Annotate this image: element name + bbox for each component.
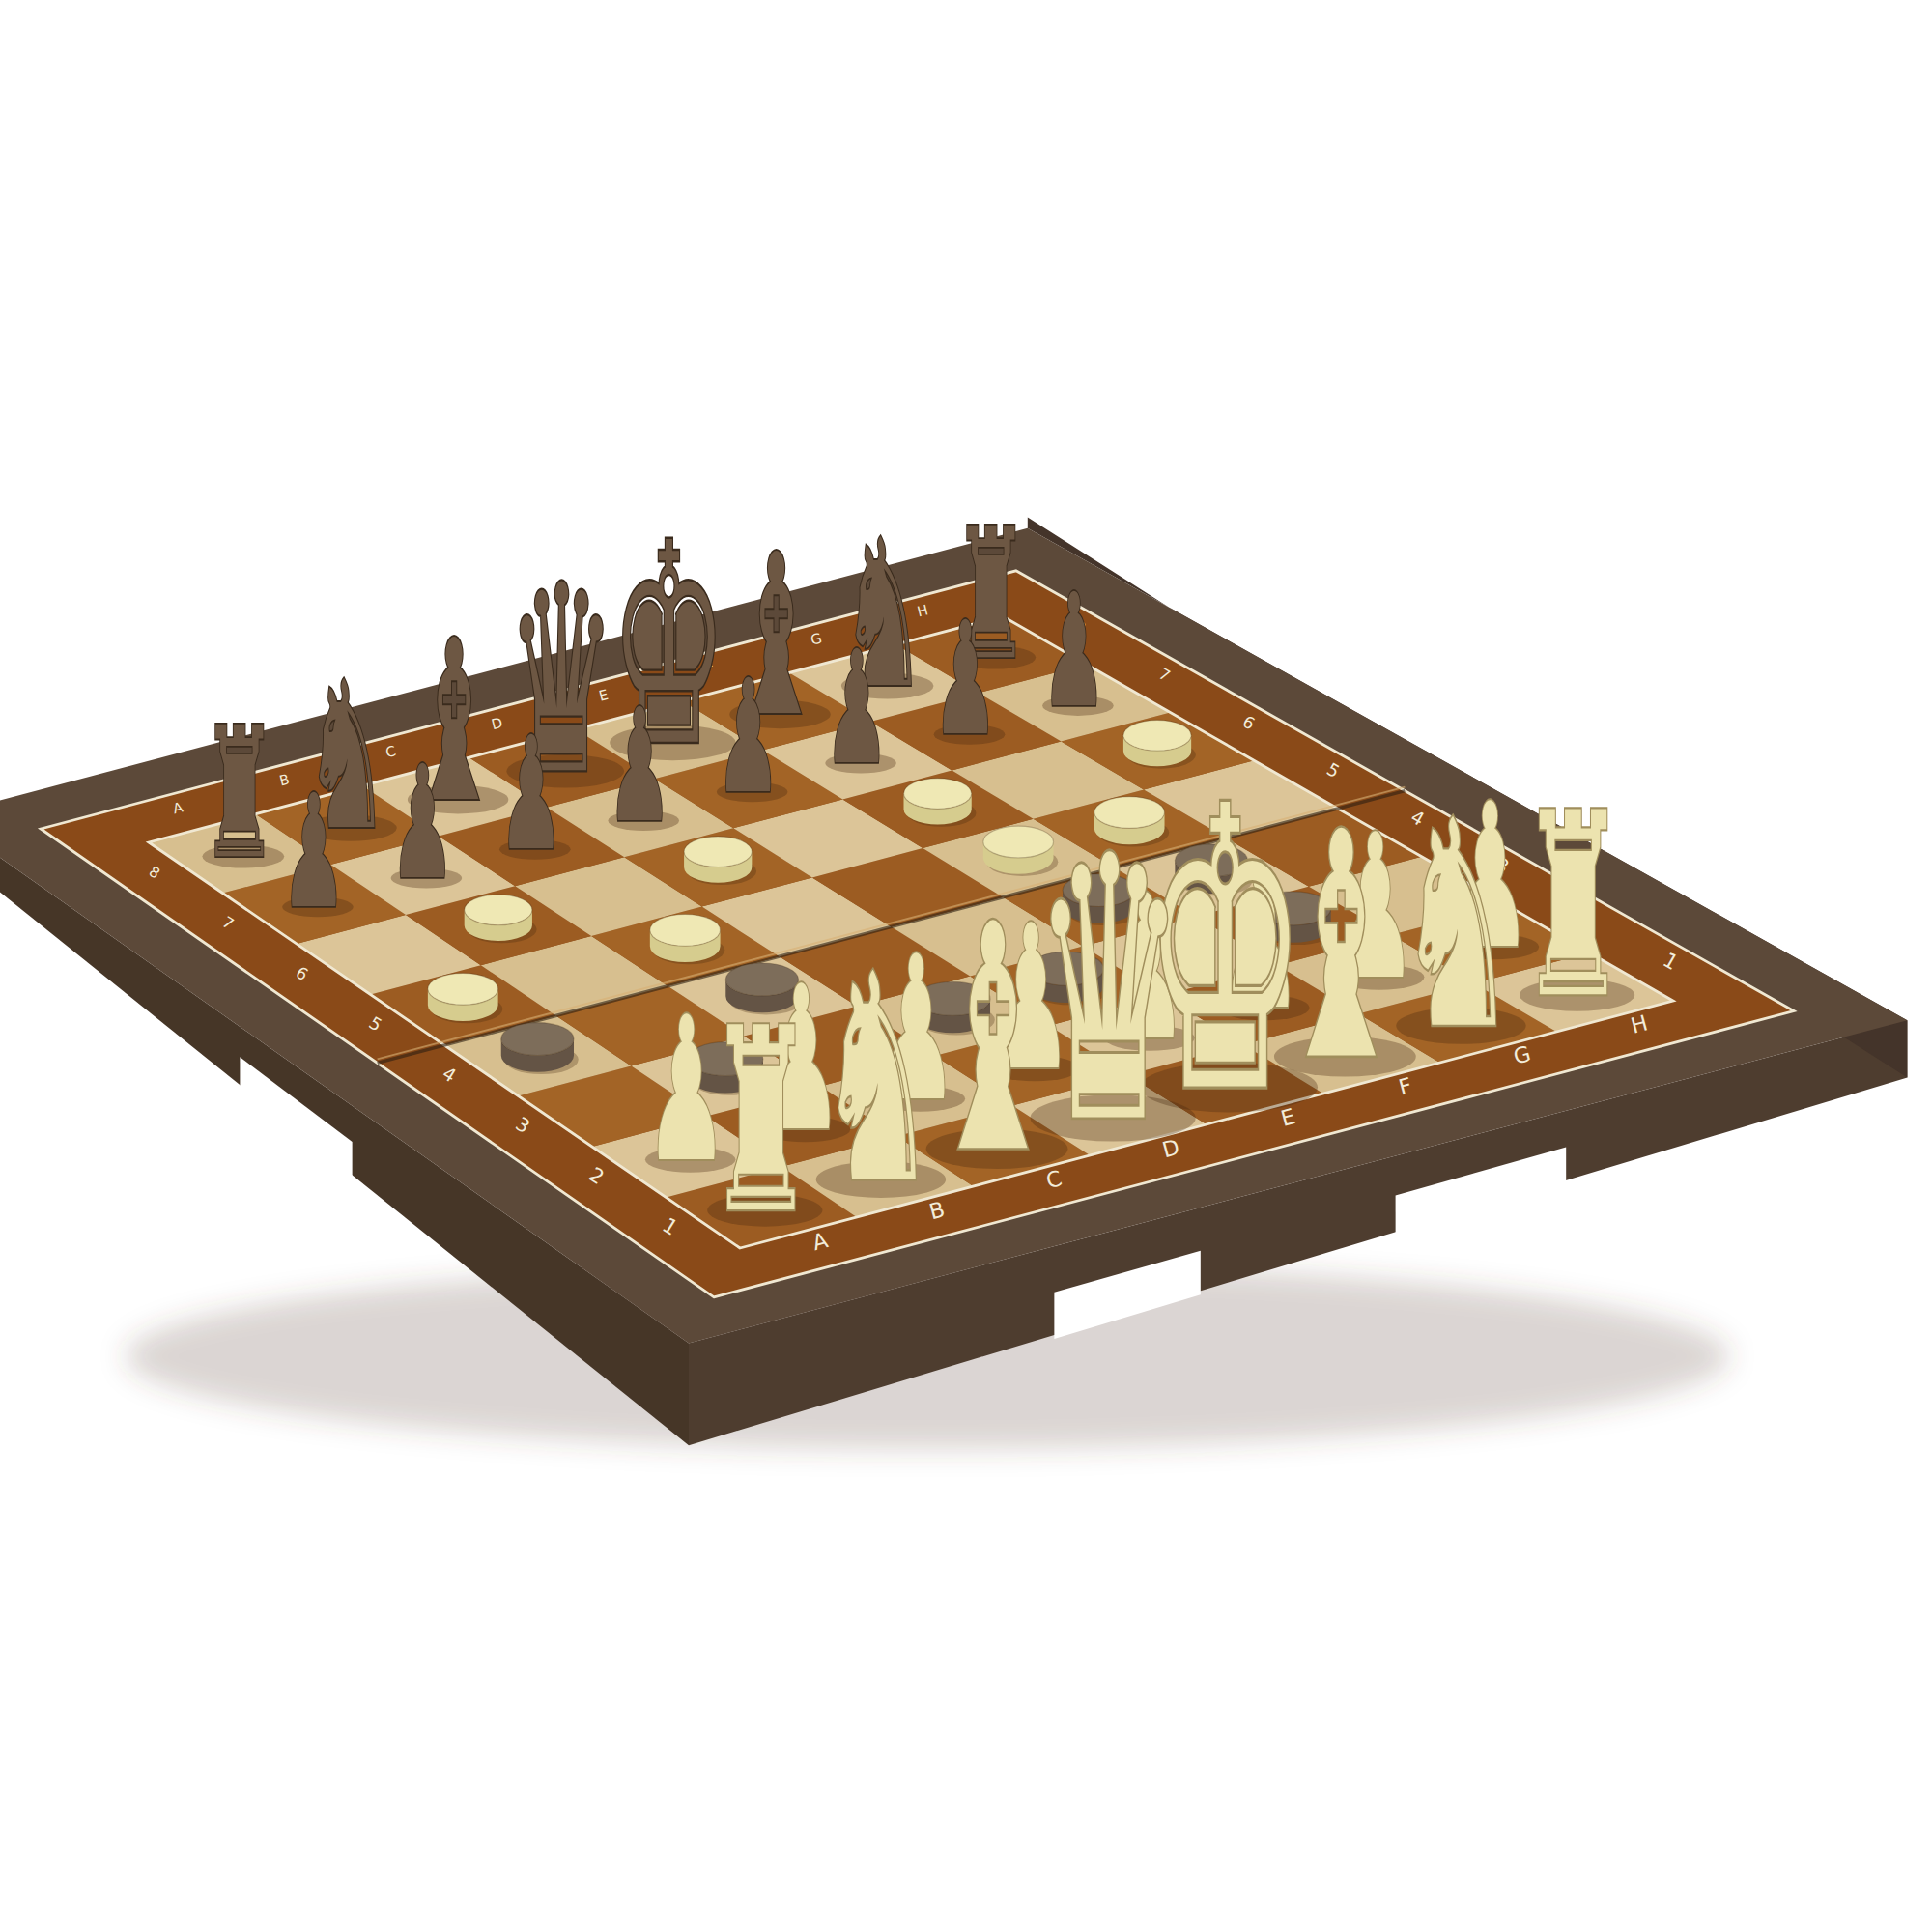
black-pawn-f7: ♟ [824, 616, 890, 799]
black-checker-a4 [501, 1023, 574, 1056]
white-knight-g1: ♞ [1397, 759, 1518, 1094]
black-pawn-a7: ♟ [281, 760, 347, 943]
black-pawn-g7: ♟ [932, 587, 998, 770]
white-rook-h1: ♜ [1520, 759, 1626, 1054]
black-pawn-b7: ♟ [389, 731, 455, 914]
product-photo-page: AA11BB22CC33DD44EE55FF66GG77HH88♜♞♟♝♟♚♟♛… [0, 0, 1932, 1932]
black-pawn-e7: ♟ [715, 645, 781, 828]
white-rook-a1: ♜ [708, 975, 814, 1269]
white-checker-b6 [465, 895, 532, 925]
black-pawn-c7: ♟ [498, 702, 564, 885]
black-pawn-d7: ♟ [607, 674, 672, 857]
white-checker-d6 [684, 837, 752, 867]
white-knight-b1: ♞ [817, 913, 938, 1247]
white-checker-f6 [903, 779, 971, 810]
white-checker-a5 [428, 973, 498, 1005]
black-rook-a8: ♜ [202, 689, 278, 897]
chess-checkers-board-photo: AA11BB22CC33DD44EE55FF66GG77HH88♜♞♟♝♟♚♟♛… [0, 0, 1932, 1932]
white-checker-c5 [650, 915, 721, 947]
black-pawn-h7: ♟ [1041, 559, 1107, 742]
white-bishop-c1: ♝ [927, 859, 1059, 1221]
